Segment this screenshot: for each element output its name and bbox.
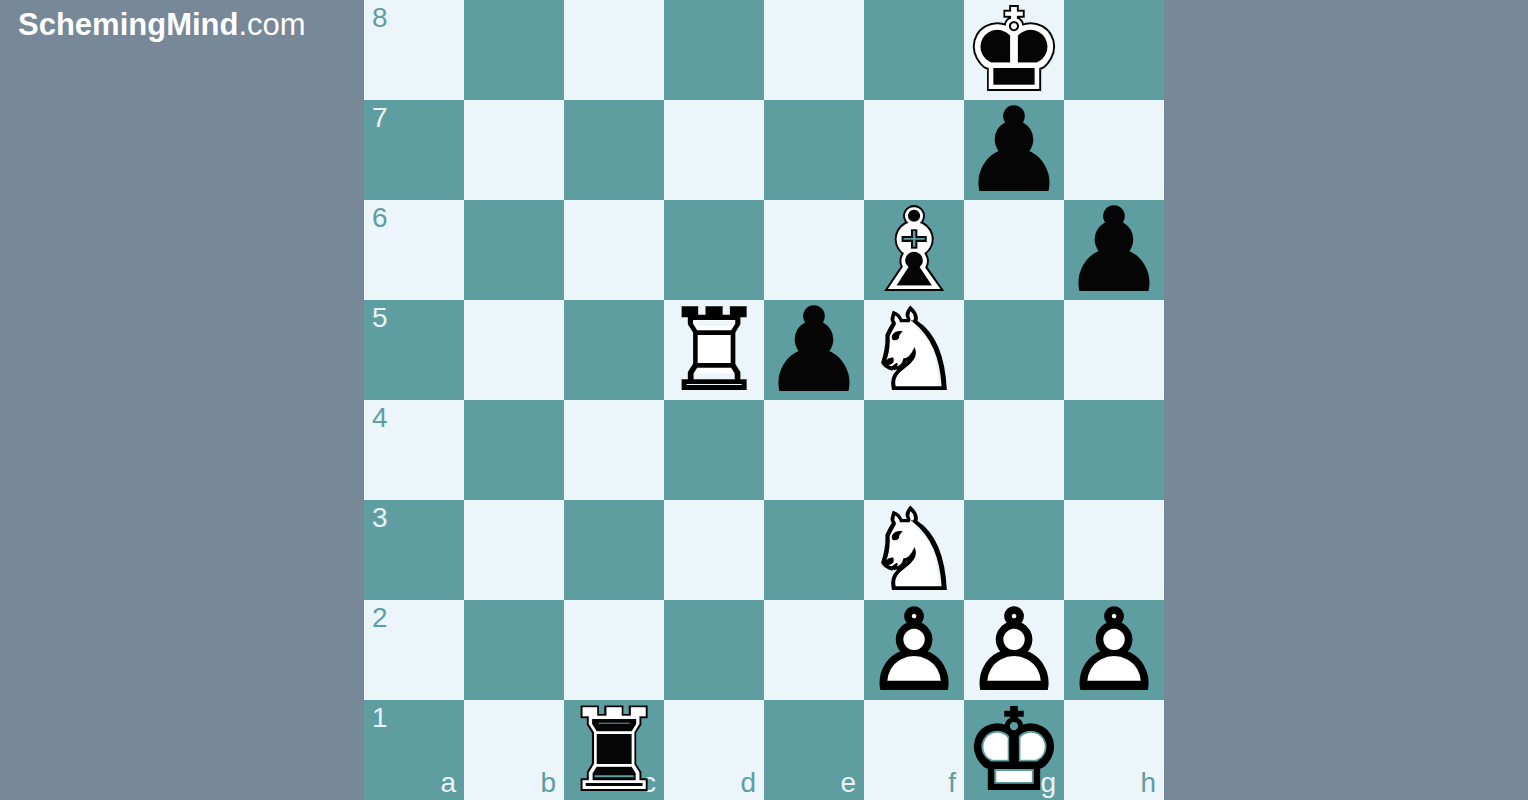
square-c4[interactable]	[564, 400, 664, 500]
white-knight-outline: ♘	[864, 294, 964, 406]
white-pawn[interactable]: ♟♙	[1064, 600, 1164, 700]
rank-label-3: 3	[372, 503, 388, 534]
square-e3[interactable]	[764, 500, 864, 600]
rank-label-7: 7	[372, 103, 388, 134]
square-h5[interactable]	[1064, 300, 1164, 400]
square-f5[interactable]: ♞♘	[864, 300, 964, 400]
black-pawn[interactable]: ♟	[1064, 200, 1164, 300]
file-label-b: b	[540, 768, 556, 799]
square-e4[interactable]	[764, 400, 864, 500]
rank-label-5: 5	[372, 303, 388, 334]
square-h8[interactable]	[1064, 0, 1164, 100]
square-d1[interactable]: d	[664, 700, 764, 800]
square-e7[interactable]	[764, 100, 864, 200]
black-pawn-glyph: ♟	[964, 94, 1064, 206]
file-label-f: f	[948, 768, 956, 799]
square-a1[interactable]: 1a	[364, 700, 464, 800]
site-logo-suffix: .com	[238, 7, 305, 42]
square-h1[interactable]: h	[1064, 700, 1164, 800]
square-b3[interactable]	[464, 500, 564, 600]
square-b5[interactable]	[464, 300, 564, 400]
rank-label-1: 1	[372, 703, 388, 734]
black-pawn[interactable]: ♟	[764, 300, 864, 400]
square-e8[interactable]	[764, 0, 864, 100]
chess-board: 8♚♔7♟6♝♗♟5♜♖♟♞♘43♞♘2♟♙♟♙♟♙1abc♜♖defg♚♔h	[364, 0, 1164, 800]
square-c5[interactable]	[564, 300, 664, 400]
square-a8[interactable]: 8	[364, 0, 464, 100]
square-a2[interactable]: 2	[364, 600, 464, 700]
site-logo[interactable]: SchemingMind.com	[18, 8, 306, 42]
white-king[interactable]: ♚♔	[964, 700, 1064, 800]
square-c1[interactable]: c♜♖	[564, 700, 664, 800]
square-b7[interactable]	[464, 100, 564, 200]
square-g5[interactable]	[964, 300, 1064, 400]
square-d4[interactable]	[664, 400, 764, 500]
square-g6[interactable]	[964, 200, 1064, 300]
white-knight[interactable]: ♞♘	[864, 300, 964, 400]
square-g4[interactable]	[964, 400, 1064, 500]
square-d2[interactable]	[664, 600, 764, 700]
square-a4[interactable]: 4	[364, 400, 464, 500]
square-b1[interactable]: b	[464, 700, 564, 800]
file-label-h: h	[1140, 768, 1156, 799]
white-rook[interactable]: ♜♖	[664, 300, 764, 400]
square-b6[interactable]	[464, 200, 564, 300]
square-b8[interactable]	[464, 0, 564, 100]
white-king-outline: ♔	[964, 694, 1064, 800]
square-a5[interactable]: 5	[364, 300, 464, 400]
rank-label-4: 4	[372, 403, 388, 434]
square-d5[interactable]: ♜♖	[664, 300, 764, 400]
rank-label-8: 8	[372, 3, 388, 34]
square-e2[interactable]	[764, 600, 864, 700]
square-c7[interactable]	[564, 100, 664, 200]
black-pawn[interactable]: ♟	[964, 100, 1064, 200]
square-c6[interactable]	[564, 200, 664, 300]
square-g7[interactable]: ♟	[964, 100, 1064, 200]
square-f1[interactable]: f	[864, 700, 964, 800]
square-a6[interactable]: 6	[364, 200, 464, 300]
rank-label-2: 2	[372, 603, 388, 634]
file-label-a: a	[440, 768, 456, 799]
black-pawn-glyph: ♟	[1064, 194, 1164, 306]
square-g1[interactable]: g♚♔	[964, 700, 1064, 800]
site-logo-brand: SchemingMind	[18, 7, 238, 42]
square-e1[interactable]: e	[764, 700, 864, 800]
square-c3[interactable]	[564, 500, 664, 600]
black-pawn-glyph: ♟	[764, 294, 864, 406]
square-e5[interactable]: ♟	[764, 300, 864, 400]
square-d7[interactable]	[664, 100, 764, 200]
white-rook-outline: ♖	[664, 294, 764, 406]
black-rook-outline: ♖	[564, 694, 664, 800]
square-h4[interactable]	[1064, 400, 1164, 500]
square-a3[interactable]: 3	[364, 500, 464, 600]
square-f8[interactable]	[864, 0, 964, 100]
square-d8[interactable]	[664, 0, 764, 100]
square-c8[interactable]	[564, 0, 664, 100]
rank-label-6: 6	[372, 203, 388, 234]
square-h2[interactable]: ♟♙	[1064, 600, 1164, 700]
square-f2[interactable]: ♟♙	[864, 600, 964, 700]
white-pawn-outline: ♙	[864, 594, 964, 706]
black-rook[interactable]: ♜♖	[564, 700, 664, 800]
white-pawn-outline: ♙	[1064, 594, 1164, 706]
square-h6[interactable]: ♟	[1064, 200, 1164, 300]
file-label-e: e	[840, 768, 856, 799]
square-b2[interactable]	[464, 600, 564, 700]
square-b4[interactable]	[464, 400, 564, 500]
square-d3[interactable]	[664, 500, 764, 600]
white-pawn[interactable]: ♟♙	[864, 600, 964, 700]
file-label-d: d	[740, 768, 756, 799]
square-a7[interactable]: 7	[364, 100, 464, 200]
